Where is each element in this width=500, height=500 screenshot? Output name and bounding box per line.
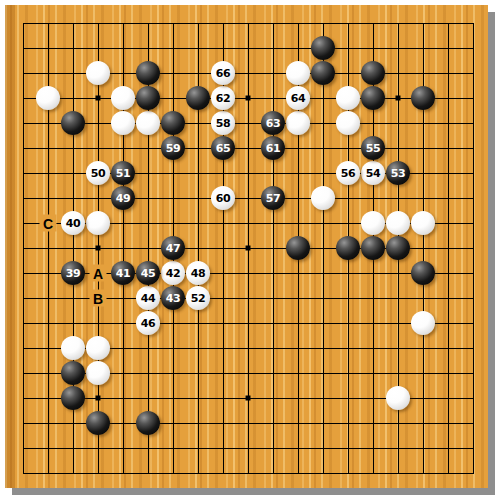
stone-black-49: 49	[111, 186, 135, 210]
stone-white	[86, 61, 110, 85]
star-point	[96, 96, 101, 101]
stone-black-39: 39	[61, 261, 85, 285]
stone-white	[86, 336, 110, 360]
stone-white-50: 50	[86, 161, 110, 185]
stone-black-57: 57	[261, 186, 285, 210]
stone-white	[336, 86, 360, 110]
stone-white-62: 62	[211, 86, 235, 110]
star-point	[246, 246, 251, 251]
stone-black	[411, 261, 435, 285]
stone-black-63: 63	[261, 111, 285, 135]
stone-black	[136, 61, 160, 85]
stone-white	[36, 86, 60, 110]
stone-white	[61, 336, 85, 360]
star-point	[96, 246, 101, 251]
stone-white-66: 66	[211, 61, 235, 85]
stone-black-41: 41	[111, 261, 135, 285]
stone-black-51: 51	[111, 161, 135, 185]
stone-white	[286, 61, 310, 85]
stone-black-59: 59	[161, 136, 185, 160]
stone-black-43: 43	[161, 286, 185, 310]
stone-white-48: 48	[186, 261, 210, 285]
stone-black	[136, 411, 160, 435]
page: 3940414243444546474849505152535455565758…	[0, 0, 500, 500]
label-c: C	[40, 215, 57, 232]
stone-white-56: 56	[336, 161, 360, 185]
stone-white-54: 54	[361, 161, 385, 185]
star-point	[96, 396, 101, 401]
stone-white	[136, 111, 160, 135]
stone-white	[361, 211, 385, 235]
stone-white	[111, 111, 135, 135]
stone-black	[361, 236, 385, 260]
stone-black	[136, 86, 160, 110]
stone-black	[186, 86, 210, 110]
stone-black	[311, 61, 335, 85]
stone-white	[111, 86, 135, 110]
stone-black-47: 47	[161, 236, 185, 260]
stone-white-52: 52	[186, 286, 210, 310]
stone-black-45: 45	[136, 261, 160, 285]
stone-white-42: 42	[161, 261, 185, 285]
stone-white-60: 60	[211, 186, 235, 210]
stone-black	[361, 86, 385, 110]
stone-black	[361, 61, 385, 85]
stone-white	[286, 111, 310, 135]
stone-black-65: 65	[211, 136, 235, 160]
stone-white	[411, 211, 435, 235]
stone-black-55: 55	[361, 136, 385, 160]
stone-white	[386, 211, 410, 235]
stone-white-64: 64	[286, 86, 310, 110]
star-point	[246, 96, 251, 101]
star-point	[396, 96, 401, 101]
stone-black	[86, 411, 110, 435]
label-a: A	[90, 265, 107, 282]
stone-black	[311, 36, 335, 60]
stone-black-53: 53	[386, 161, 410, 185]
stone-white	[411, 311, 435, 335]
stone-white	[86, 211, 110, 235]
stone-white	[386, 386, 410, 410]
stone-white	[336, 111, 360, 135]
stone-white-40: 40	[61, 211, 85, 235]
stone-black	[286, 236, 310, 260]
stone-white-58: 58	[211, 111, 235, 135]
stone-black	[61, 361, 85, 385]
star-point	[246, 396, 251, 401]
stone-black	[336, 236, 360, 260]
stone-black-61: 61	[261, 136, 285, 160]
stone-black	[61, 386, 85, 410]
stone-white-46: 46	[136, 311, 160, 335]
stone-white	[311, 186, 335, 210]
stone-black	[411, 86, 435, 110]
stone-black	[386, 236, 410, 260]
stone-white-44: 44	[136, 286, 160, 310]
stone-black	[161, 111, 185, 135]
stone-white	[86, 361, 110, 385]
stone-black	[61, 111, 85, 135]
go-board[interactable]: 3940414243444546474849505152535455565758…	[5, 5, 488, 488]
label-b: B	[90, 290, 107, 307]
